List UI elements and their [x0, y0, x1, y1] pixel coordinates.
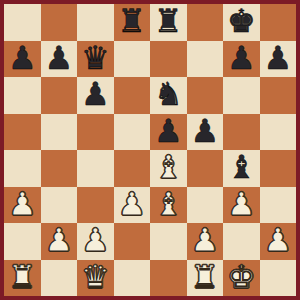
piece-white-bishop-e4: ♝ [154, 151, 183, 183]
square-c4[interactable] [77, 150, 114, 187]
square-e1[interactable] [150, 260, 187, 297]
piece-black-pawn-a7: ♟ [8, 42, 37, 74]
square-g1[interactable]: ♚ [223, 260, 260, 297]
square-b3[interactable] [41, 187, 78, 224]
chess-board: ♜♜♚♟♟♛♟♟♟♞♟♟♝♝♟♟♝♟♟♟♟♟♜♛♜♚ [4, 4, 296, 296]
board-frame: ♜♜♚♟♟♛♟♟♟♞♟♟♝♝♟♟♝♟♟♟♟♟♜♛♜♚ [0, 0, 300, 300]
square-e5[interactable]: ♟ [150, 114, 187, 151]
piece-black-pawn-e5: ♟ [154, 115, 183, 147]
square-a2[interactable] [4, 223, 41, 260]
square-d1[interactable] [114, 260, 151, 297]
piece-black-pawn-h7: ♟ [263, 42, 292, 74]
square-g2[interactable] [223, 223, 260, 260]
square-d2[interactable] [114, 223, 151, 260]
square-g4[interactable]: ♝ [223, 150, 260, 187]
square-a3[interactable]: ♟ [4, 187, 41, 224]
square-h8[interactable] [260, 4, 297, 41]
square-e4[interactable]: ♝ [150, 150, 187, 187]
piece-white-pawn-a3: ♟ [8, 188, 37, 220]
square-a7[interactable]: ♟ [4, 41, 41, 78]
square-d3[interactable]: ♟ [114, 187, 151, 224]
piece-white-king-g1: ♚ [227, 261, 256, 293]
piece-black-knight-e6: ♞ [154, 78, 183, 110]
piece-black-pawn-f5: ♟ [190, 115, 219, 147]
square-h5[interactable] [260, 114, 297, 151]
piece-white-bishop-e3: ♝ [154, 188, 183, 220]
square-h4[interactable] [260, 150, 297, 187]
square-f6[interactable] [187, 77, 224, 114]
square-f5[interactable]: ♟ [187, 114, 224, 151]
square-g3[interactable]: ♟ [223, 187, 260, 224]
square-b2[interactable]: ♟ [41, 223, 78, 260]
piece-white-pawn-b2: ♟ [44, 224, 73, 256]
piece-white-pawn-c2: ♟ [81, 224, 110, 256]
square-h7[interactable]: ♟ [260, 41, 297, 78]
square-b5[interactable] [41, 114, 78, 151]
piece-white-queen-c1: ♛ [81, 261, 110, 293]
square-a4[interactable] [4, 150, 41, 187]
square-d6[interactable] [114, 77, 151, 114]
square-a6[interactable] [4, 77, 41, 114]
square-c1[interactable]: ♛ [77, 260, 114, 297]
piece-white-pawn-h2: ♟ [263, 224, 292, 256]
square-g5[interactable] [223, 114, 260, 151]
square-f4[interactable] [187, 150, 224, 187]
square-f7[interactable] [187, 41, 224, 78]
square-g8[interactable]: ♚ [223, 4, 260, 41]
square-a5[interactable] [4, 114, 41, 151]
square-e3[interactable]: ♝ [150, 187, 187, 224]
square-f1[interactable]: ♜ [187, 260, 224, 297]
square-h3[interactable] [260, 187, 297, 224]
square-b7[interactable]: ♟ [41, 41, 78, 78]
square-e7[interactable] [150, 41, 187, 78]
square-d7[interactable] [114, 41, 151, 78]
square-e2[interactable] [150, 223, 187, 260]
square-b4[interactable] [41, 150, 78, 187]
square-h6[interactable] [260, 77, 297, 114]
square-b8[interactable] [41, 4, 78, 41]
piece-white-pawn-f2: ♟ [190, 224, 219, 256]
piece-black-pawn-g7: ♟ [227, 42, 256, 74]
piece-white-rook-f1: ♜ [190, 261, 219, 293]
piece-white-pawn-d3: ♟ [117, 188, 146, 220]
square-d8[interactable]: ♜ [114, 4, 151, 41]
piece-white-pawn-g3: ♟ [227, 188, 256, 220]
square-a8[interactable] [4, 4, 41, 41]
piece-black-pawn-b7: ♟ [44, 42, 73, 74]
square-c7[interactable]: ♛ [77, 41, 114, 78]
square-e6[interactable]: ♞ [150, 77, 187, 114]
square-f8[interactable] [187, 4, 224, 41]
square-f2[interactable]: ♟ [187, 223, 224, 260]
piece-black-bishop-g4: ♝ [227, 151, 256, 183]
square-c6[interactable]: ♟ [77, 77, 114, 114]
square-a1[interactable]: ♜ [4, 260, 41, 297]
square-h2[interactable]: ♟ [260, 223, 297, 260]
piece-black-rook-e8: ♜ [154, 5, 183, 37]
square-b6[interactable] [41, 77, 78, 114]
piece-black-king-g8: ♚ [227, 5, 256, 37]
square-d4[interactable] [114, 150, 151, 187]
piece-black-pawn-c6: ♟ [81, 78, 110, 110]
square-b1[interactable] [41, 260, 78, 297]
square-f3[interactable] [187, 187, 224, 224]
square-g6[interactable] [223, 77, 260, 114]
square-c2[interactable]: ♟ [77, 223, 114, 260]
square-h1[interactable] [260, 260, 297, 297]
square-c3[interactable] [77, 187, 114, 224]
square-c5[interactable] [77, 114, 114, 151]
piece-black-queen-c7: ♛ [81, 42, 110, 74]
square-d5[interactable] [114, 114, 151, 151]
piece-black-rook-d8: ♜ [117, 5, 146, 37]
piece-white-rook-a1: ♜ [8, 261, 37, 293]
square-e8[interactable]: ♜ [150, 4, 187, 41]
square-g7[interactable]: ♟ [223, 41, 260, 78]
square-c8[interactable] [77, 4, 114, 41]
